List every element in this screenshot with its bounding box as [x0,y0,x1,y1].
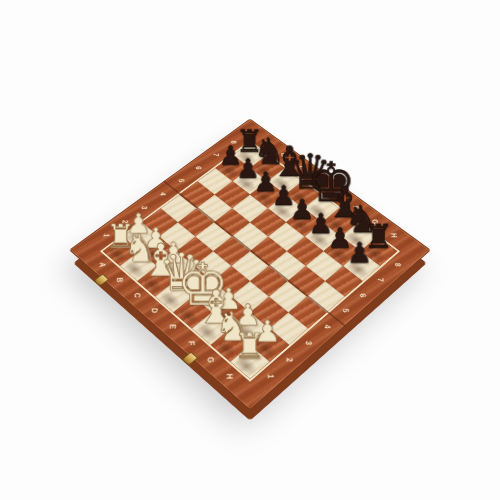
rank-label: 7 [367,274,394,286]
rank-label: 4 [313,320,341,332]
file-label: F [349,198,364,217]
rank-label: 5 [168,176,193,186]
black-pawn-h7[interactable]: ♟ [346,239,372,267]
file-label: A [260,133,273,151]
scene: ABCDEFGH ABCDEFGH 87654321 87654321 ♜♞♝♛… [0,0,500,500]
rank-label: 6 [186,163,211,173]
rank-label: 3 [131,202,157,213]
file-label: E [330,185,345,204]
rank-label: 4 [150,189,175,199]
white-rook-h1[interactable]: ♜ [234,328,262,364]
square-d6[interactable] [250,208,286,236]
square-c5[interactable] [214,208,250,236]
rank-label: 8 [221,137,245,147]
product-photo: ABCDEFGH ABCDEFGH 87654321 87654321 ♜♞♝♛… [0,0,500,500]
file-label: D [312,171,326,190]
file-label: C [295,159,309,177]
board-frame: ABCDEFGH ABCDEFGH 87654321 87654321 ♜♞♝♛… [69,118,431,410]
file-label: B [277,146,291,164]
playing-field: ♜♞♝♛♚♝♞♜♟♟♟♟♟♟♟♟♟♟♟♟♟♟♟♟♜♞♝♛♚♝♞♜ [100,140,400,381]
board-3d: ABCDEFGH ABCDEFGH 87654321 87654321 ♜♞♝♛… [69,118,431,410]
rank-label: 7 [204,150,228,160]
